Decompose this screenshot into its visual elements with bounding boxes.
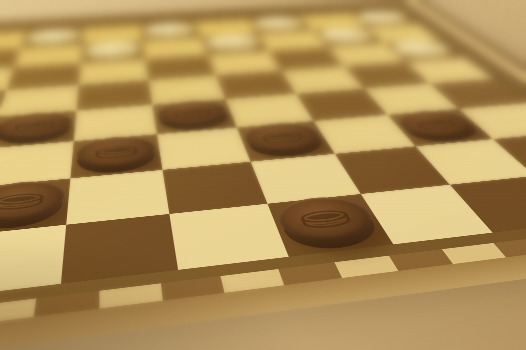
white-checker-piece[interactable]: ⛀ [204,35,265,54]
black-draughts-man-glyph: ⛂ [292,201,359,236]
white-draughts-man-glyph: ⛀ [327,30,365,41]
white-draughts-man-glyph: ⛀ [215,36,251,48]
checkers-board: ⛀⛀⛀⛀⛀⛀⛀⛀⛂⛂⛂⛂⛂⛂⛂⛂ [0,0,526,350]
black-draughts-man-glyph: ⛂ [11,115,58,136]
black-draughts-man-glyph: ⛂ [93,139,140,164]
black-draughts-man-glyph: ⛂ [407,113,463,134]
white-checker-piece[interactable]: ⛀ [251,17,309,33]
piece-top: ⛂ [0,110,73,141]
checkers-photo-scene: ⛀⛀⛀⛀⛀⛀⛀⛀⛂⛂⛂⛂⛂⛂⛂⛂ [0,0,526,350]
black-draughts-man-glyph: ⛂ [171,103,215,123]
white-checker-piece[interactable]: ⛀ [84,42,142,62]
black-checker-piece[interactable]: ⛂ [156,100,232,131]
white-draughts-man-glyph: ⛀ [37,31,70,42]
black-draughts-man-glyph: ⛂ [0,185,47,217]
square-r7c1[interactable] [0,225,66,299]
square-r7c2[interactable] [61,214,178,284]
white-draughts-man-glyph: ⛀ [153,24,185,35]
white-checker-piece[interactable]: ⛀ [353,11,414,26]
black-checker-piece[interactable]: ⛂ [0,112,73,146]
black-draughts-man-glyph: ⛂ [257,126,309,149]
white-draughts-man-glyph: ⛀ [261,18,295,28]
white-draughts-man-glyph: ⛀ [96,44,129,56]
black-checker-piece[interactable]: ⛂ [241,122,329,158]
black-checker-piece[interactable]: ⛂ [0,180,66,232]
black-checker-piece[interactable]: ⛂ [75,136,157,176]
white-draughts-man-glyph: ⛀ [363,13,399,22]
white-draughts-man-glyph: ⛀ [400,42,443,54]
